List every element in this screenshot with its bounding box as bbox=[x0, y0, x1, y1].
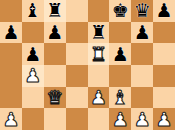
white-pawn: ♟ bbox=[112, 110, 129, 129]
square-b3[interactable] bbox=[22, 87, 44, 109]
square-h6[interactable] bbox=[153, 22, 175, 44]
square-c5[interactable] bbox=[44, 43, 66, 65]
square-e4[interactable] bbox=[88, 65, 110, 87]
square-e5[interactable]: ♜ bbox=[88, 43, 110, 65]
square-h5[interactable] bbox=[153, 43, 175, 65]
square-f2[interactable]: ♟ bbox=[109, 108, 131, 130]
white-pawn: ♟ bbox=[2, 110, 19, 129]
square-f4[interactable] bbox=[109, 65, 131, 87]
black-pawn: ♟ bbox=[46, 23, 63, 42]
square-a5[interactable] bbox=[0, 43, 22, 65]
square-d7[interactable] bbox=[66, 0, 88, 22]
square-a3[interactable] bbox=[0, 87, 22, 109]
black-rook: ♜ bbox=[46, 1, 63, 20]
square-c7[interactable]: ♜ bbox=[44, 0, 66, 22]
square-a6[interactable]: ♟ bbox=[0, 22, 22, 44]
square-d6[interactable] bbox=[66, 22, 88, 44]
square-g4[interactable] bbox=[131, 65, 153, 87]
white-bishop: ♝ bbox=[112, 88, 129, 107]
white-pawn: ♟ bbox=[156, 110, 173, 129]
square-c2[interactable] bbox=[44, 108, 66, 130]
square-g6[interactable]: ♟ bbox=[131, 22, 153, 44]
square-g3[interactable] bbox=[131, 87, 153, 109]
black-queen: ♛ bbox=[134, 1, 151, 20]
square-b5[interactable]: ♟ bbox=[22, 43, 44, 65]
square-c6[interactable]: ♟ bbox=[44, 22, 66, 44]
square-h7[interactable]: ♟ bbox=[153, 0, 175, 22]
square-e2[interactable] bbox=[88, 108, 110, 130]
square-g5[interactable] bbox=[131, 43, 153, 65]
square-e3[interactable]: ♟ bbox=[88, 87, 110, 109]
square-g2[interactable]: ♟ bbox=[131, 108, 153, 130]
square-f6[interactable] bbox=[109, 22, 131, 44]
square-b4[interactable]: ♟ bbox=[22, 65, 44, 87]
white-queen: ♛ bbox=[46, 88, 63, 107]
square-b7[interactable]: ♝ bbox=[22, 0, 44, 22]
square-b6[interactable] bbox=[22, 22, 44, 44]
black-king: ♚ bbox=[112, 1, 129, 20]
white-pawn: ♟ bbox=[134, 110, 151, 129]
black-pawn: ♟ bbox=[112, 45, 129, 64]
square-h4[interactable] bbox=[153, 65, 175, 87]
square-g7[interactable]: ♛ bbox=[131, 0, 153, 22]
square-e6[interactable]: ♜ bbox=[88, 22, 110, 44]
square-d3[interactable] bbox=[66, 87, 88, 109]
square-c4[interactable] bbox=[44, 65, 66, 87]
black-pawn: ♟ bbox=[24, 45, 41, 64]
white-pawn: ♟ bbox=[90, 88, 107, 107]
square-a7[interactable] bbox=[0, 0, 22, 22]
white-rook: ♜ bbox=[90, 45, 107, 64]
square-e7[interactable] bbox=[88, 0, 110, 22]
square-f3[interactable]: ♝ bbox=[109, 87, 131, 109]
black-rook: ♜ bbox=[90, 23, 107, 42]
square-c3[interactable]: ♛ bbox=[44, 87, 66, 109]
square-d2[interactable] bbox=[66, 108, 88, 130]
chess-board: ♝♜♚♛♟♟♟♜♟♟♜♟♟♛♟♝♟♟♟♟ bbox=[0, 0, 175, 130]
square-a4[interactable] bbox=[0, 65, 22, 87]
square-b2[interactable] bbox=[22, 108, 44, 130]
black-pawn: ♟ bbox=[156, 1, 173, 20]
white-pawn: ♟ bbox=[24, 66, 41, 85]
square-d4[interactable] bbox=[66, 65, 88, 87]
square-h3[interactable] bbox=[153, 87, 175, 109]
square-f5[interactable]: ♟ bbox=[109, 43, 131, 65]
square-h2[interactable]: ♟ bbox=[153, 108, 175, 130]
black-bishop: ♝ bbox=[24, 1, 41, 20]
square-a2[interactable]: ♟ bbox=[0, 108, 22, 130]
square-d5[interactable] bbox=[66, 43, 88, 65]
square-f7[interactable]: ♚ bbox=[109, 0, 131, 22]
black-pawn: ♟ bbox=[2, 23, 19, 42]
black-pawn: ♟ bbox=[134, 23, 151, 42]
